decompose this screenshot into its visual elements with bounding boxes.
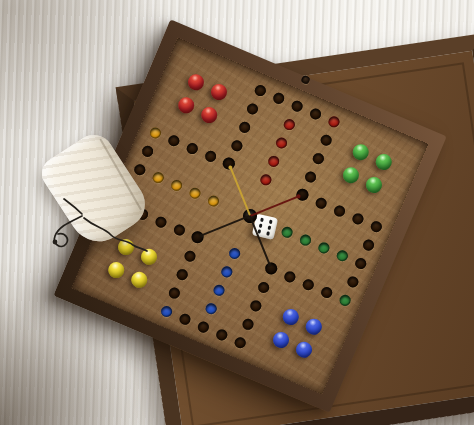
die-pip <box>266 231 271 236</box>
track-hole[interactable] <box>166 133 180 147</box>
track-hole[interactable] <box>282 269 296 283</box>
marble-blue[interactable] <box>294 339 315 360</box>
home-yellow-hole[interactable] <box>169 178 183 192</box>
track-hole[interactable] <box>172 222 186 236</box>
track-hole[interactable] <box>132 162 146 176</box>
track-hole[interactable] <box>177 311 191 325</box>
home-green-hole[interactable] <box>316 240 330 254</box>
home-yellow-hole[interactable] <box>151 170 165 184</box>
track-hole[interactable] <box>308 106 322 120</box>
string-yellow-nw <box>230 167 251 216</box>
track-hole[interactable] <box>175 267 189 281</box>
track-hole[interactable] <box>214 327 228 341</box>
home-red-hole[interactable] <box>274 135 288 149</box>
drawstring-cord <box>40 198 170 268</box>
home-yellow-hole[interactable] <box>206 193 220 207</box>
track-hole[interactable] <box>185 141 199 155</box>
start-red-hole[interactable] <box>326 114 340 128</box>
track-hole[interactable] <box>140 143 154 157</box>
track-hole[interactable] <box>301 277 315 291</box>
home-green-hole[interactable] <box>335 248 349 262</box>
die-pip <box>258 223 263 228</box>
track-hole[interactable] <box>256 280 270 294</box>
string-black-sw <box>201 215 250 236</box>
marble-blue[interactable] <box>280 306 301 327</box>
die-pip <box>267 225 272 230</box>
track-hole[interactable] <box>350 211 364 225</box>
home-blue-hole[interactable] <box>219 264 233 278</box>
track-hole[interactable] <box>183 248 197 262</box>
start-blue-hole[interactable] <box>159 304 173 318</box>
track-hole[interactable] <box>248 298 262 312</box>
home-blue-hole[interactable] <box>227 246 241 260</box>
track-hole[interactable] <box>233 335 247 349</box>
track-hole[interactable] <box>229 138 243 152</box>
photo-scene <box>0 0 474 425</box>
track-hole[interactable] <box>369 219 383 233</box>
shortcut-hole[interactable] <box>190 229 206 245</box>
track-hole[interactable] <box>167 285 181 299</box>
track-hole[interactable] <box>203 149 217 163</box>
track-hole[interactable] <box>319 132 333 146</box>
marble-green[interactable] <box>373 151 394 172</box>
track-hole[interactable] <box>332 203 346 217</box>
home-red-hole[interactable] <box>266 154 280 168</box>
track-hole[interactable] <box>253 83 267 97</box>
track-hole[interactable] <box>290 98 304 112</box>
track-hole[interactable] <box>237 120 251 134</box>
home-red-hole[interactable] <box>282 117 296 131</box>
start-yellow-hole[interactable] <box>148 125 162 139</box>
track-hole[interactable] <box>345 274 359 288</box>
track-hole[interactable] <box>311 151 325 165</box>
marble-red[interactable] <box>176 95 197 116</box>
marble-red[interactable] <box>199 105 220 126</box>
home-green-hole[interactable] <box>298 232 312 246</box>
home-green-hole[interactable] <box>280 224 294 238</box>
marble-green[interactable] <box>350 142 371 163</box>
die-pip <box>268 220 273 225</box>
track-hole[interactable] <box>319 285 333 299</box>
home-blue-hole[interactable] <box>212 282 226 296</box>
track-hole[interactable] <box>241 316 255 330</box>
track-hole[interactable] <box>353 256 367 270</box>
home-yellow-hole[interactable] <box>188 185 202 199</box>
marble-red[interactable] <box>208 82 229 103</box>
marble-blue[interactable] <box>271 329 292 350</box>
marble-yellow[interactable] <box>129 269 150 290</box>
die-pip <box>260 218 265 223</box>
start-green-hole[interactable] <box>338 292 352 306</box>
marble-red[interactable] <box>185 72 206 93</box>
home-red-hole[interactable] <box>258 172 272 186</box>
track-hole[interactable] <box>245 101 259 115</box>
home-blue-hole[interactable] <box>204 301 218 315</box>
string-red-ne <box>250 196 299 217</box>
marble-green[interactable] <box>363 174 384 195</box>
track-hole[interactable] <box>303 169 317 183</box>
track-hole[interactable] <box>271 91 285 105</box>
marble-green[interactable] <box>340 165 361 186</box>
track-hole[interactable] <box>314 195 328 209</box>
marble-blue[interactable] <box>303 316 324 337</box>
track-hole[interactable] <box>196 319 210 333</box>
track-hole[interactable] <box>361 237 375 251</box>
